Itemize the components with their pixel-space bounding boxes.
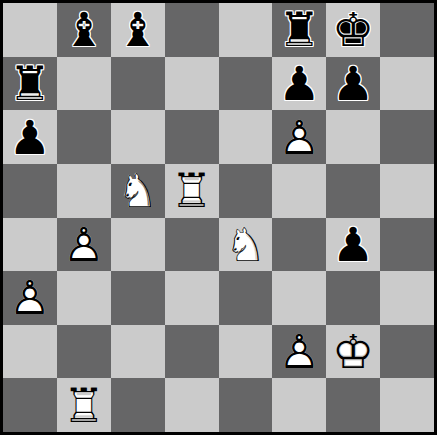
piece-white-knight: ♘ (219, 218, 273, 272)
square-d3[interactable] (165, 271, 219, 325)
piece-white-rook: ♖ (165, 164, 219, 218)
piece-white-pawn: ♙ (272, 325, 326, 379)
square-f6[interactable]: ♟♙ (272, 110, 326, 164)
square-h8[interactable] (380, 3, 434, 57)
piece-white-knight: ♘ (111, 164, 165, 218)
square-b5[interactable] (57, 164, 111, 218)
piece-white-rook: ♖ (57, 378, 111, 432)
square-a4[interactable] (3, 218, 57, 272)
square-c7[interactable] (111, 57, 165, 111)
piece-black-rook: ♜ (272, 3, 326, 57)
square-e8[interactable] (219, 3, 273, 57)
square-b1[interactable]: ♜♖ (57, 378, 111, 432)
square-h4[interactable] (380, 218, 434, 272)
square-c5[interactable]: ♞♘ (111, 164, 165, 218)
piece-white-rook-fill: ♜ (57, 378, 111, 432)
square-e7[interactable] (219, 57, 273, 111)
piece-white-pawn-fill: ♟ (57, 218, 111, 272)
square-f5[interactable] (272, 164, 326, 218)
square-b8[interactable]: ♝ (57, 3, 111, 57)
square-a6[interactable]: ♟ (3, 110, 57, 164)
square-e2[interactable] (219, 325, 273, 379)
piece-black-pawn: ♟ (326, 218, 380, 272)
piece-black-pawn: ♟ (3, 110, 57, 164)
square-c1[interactable] (111, 378, 165, 432)
square-e4[interactable]: ♞♘ (219, 218, 273, 272)
square-g8[interactable]: ♚ (326, 3, 380, 57)
chess-board-frame: ♝♝♜♚♜♟♟♟♟♙♞♘♜♖♟♙♞♘♟♟♙♟♙♚♔♜♖ (0, 0, 437, 435)
square-d8[interactable] (165, 3, 219, 57)
square-c4[interactable] (111, 218, 165, 272)
square-h6[interactable] (380, 110, 434, 164)
piece-black-pawn: ♟ (326, 57, 380, 111)
square-b7[interactable] (57, 57, 111, 111)
square-d5[interactable]: ♜♖ (165, 164, 219, 218)
square-a7[interactable]: ♜ (3, 57, 57, 111)
piece-white-knight-fill: ♞ (219, 218, 273, 272)
piece-black-bishop: ♝ (111, 3, 165, 57)
piece-white-pawn: ♙ (57, 218, 111, 272)
square-d2[interactable] (165, 325, 219, 379)
piece-white-pawn-fill: ♟ (3, 271, 57, 325)
square-e6[interactable] (219, 110, 273, 164)
square-d6[interactable] (165, 110, 219, 164)
square-a8[interactable] (3, 3, 57, 57)
square-c3[interactable] (111, 271, 165, 325)
square-f4[interactable] (272, 218, 326, 272)
square-d7[interactable] (165, 57, 219, 111)
square-f1[interactable] (272, 378, 326, 432)
square-h7[interactable] (380, 57, 434, 111)
piece-black-rook: ♜ (3, 57, 57, 111)
square-g2[interactable]: ♚♔ (326, 325, 380, 379)
square-b3[interactable] (57, 271, 111, 325)
chess-board: ♝♝♜♚♜♟♟♟♟♙♞♘♜♖♟♙♞♘♟♟♙♟♙♚♔♜♖ (3, 3, 434, 432)
square-c2[interactable] (111, 325, 165, 379)
square-g4[interactable]: ♟ (326, 218, 380, 272)
square-e5[interactable] (219, 164, 273, 218)
piece-white-pawn: ♙ (272, 110, 326, 164)
square-f3[interactable] (272, 271, 326, 325)
square-a3[interactable]: ♟♙ (3, 271, 57, 325)
square-h5[interactable] (380, 164, 434, 218)
square-g5[interactable] (326, 164, 380, 218)
square-g7[interactable]: ♟ (326, 57, 380, 111)
piece-white-king-fill: ♚ (326, 325, 380, 379)
piece-black-bishop: ♝ (57, 3, 111, 57)
piece-black-pawn: ♟ (272, 57, 326, 111)
square-h2[interactable] (380, 325, 434, 379)
piece-white-pawn: ♙ (3, 271, 57, 325)
square-h3[interactable] (380, 271, 434, 325)
square-g1[interactable] (326, 378, 380, 432)
square-e3[interactable] (219, 271, 273, 325)
square-b4[interactable]: ♟♙ (57, 218, 111, 272)
piece-white-rook-fill: ♜ (165, 164, 219, 218)
square-d1[interactable] (165, 378, 219, 432)
square-g6[interactable] (326, 110, 380, 164)
square-h1[interactable] (380, 378, 434, 432)
square-f8[interactable]: ♜ (272, 3, 326, 57)
square-f7[interactable]: ♟ (272, 57, 326, 111)
piece-white-king: ♔ (326, 325, 380, 379)
square-a5[interactable] (3, 164, 57, 218)
square-f2[interactable]: ♟♙ (272, 325, 326, 379)
square-e1[interactable] (219, 378, 273, 432)
square-d4[interactable] (165, 218, 219, 272)
piece-black-king: ♚ (326, 3, 380, 57)
square-a1[interactable] (3, 378, 57, 432)
square-a2[interactable] (3, 325, 57, 379)
piece-white-pawn-fill: ♟ (272, 325, 326, 379)
square-b6[interactable] (57, 110, 111, 164)
square-b2[interactable] (57, 325, 111, 379)
square-c8[interactable]: ♝ (111, 3, 165, 57)
piece-white-knight-fill: ♞ (111, 164, 165, 218)
piece-white-pawn-fill: ♟ (272, 110, 326, 164)
square-g3[interactable] (326, 271, 380, 325)
square-c6[interactable] (111, 110, 165, 164)
